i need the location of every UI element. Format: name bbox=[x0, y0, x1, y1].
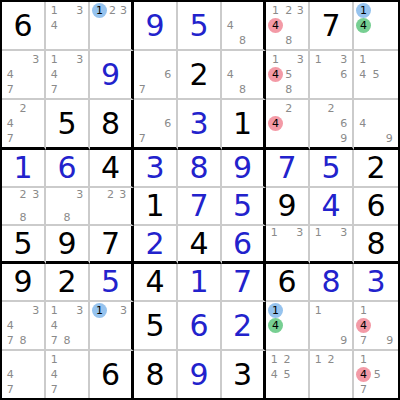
empty-candidate-slot bbox=[136, 67, 149, 82]
empty-candidate-slot bbox=[4, 189, 17, 200]
candidate-1: 1 bbox=[48, 352, 61, 367]
candidate-1: 1 bbox=[312, 52, 325, 67]
candidate-9: 9 bbox=[384, 333, 397, 348]
cell-r5c8[interactable]: 4 bbox=[310, 188, 354, 226]
cell-r3c2[interactable]: 5 bbox=[46, 100, 90, 150]
candidate-grid: 13 bbox=[266, 226, 308, 261]
given-digit: 2 bbox=[366, 153, 385, 183]
empty-candidate-slot bbox=[268, 238, 281, 249]
given-digit: 1 bbox=[145, 191, 164, 221]
candidate-3: 3 bbox=[73, 189, 86, 200]
cell-r3c4[interactable]: 67 bbox=[134, 100, 178, 150]
empty-candidate-slot bbox=[384, 318, 397, 333]
cell-r9c3[interactable]: 6 bbox=[90, 351, 134, 398]
empty-candidate-slot bbox=[384, 367, 397, 382]
cell-r9c8[interactable]: 12 bbox=[310, 351, 354, 398]
cell-r3c1[interactable]: 247 bbox=[2, 100, 46, 150]
cell-r2c6[interactable]: 48 bbox=[222, 51, 266, 100]
empty-candidate-slot bbox=[293, 352, 306, 367]
given-digit: 2 bbox=[57, 267, 76, 297]
cell-r9c9[interactable]: 1457 bbox=[354, 351, 398, 398]
candidate-4: 4 bbox=[4, 116, 17, 131]
cell-r8c4[interactable]: 5 bbox=[134, 302, 178, 351]
cell-r2c5[interactable]: 2 bbox=[178, 51, 222, 100]
cell-r7c1[interactable]: 9 bbox=[2, 264, 46, 302]
candidate-4: 4 bbox=[356, 367, 371, 382]
candidate-grid: 38 bbox=[46, 188, 88, 224]
empty-candidate-slot bbox=[268, 249, 281, 260]
candidate-4: 4 bbox=[268, 116, 283, 131]
empty-candidate-slot bbox=[337, 352, 350, 367]
empty-candidate-slot bbox=[73, 212, 86, 223]
given-digit: 6 bbox=[277, 267, 296, 297]
cell-r4c6[interactable]: 9 bbox=[222, 150, 266, 188]
cell-r9c7[interactable]: 1245 bbox=[266, 351, 310, 398]
empty-candidate-slot bbox=[92, 200, 104, 211]
candidate-2: 2 bbox=[17, 189, 30, 200]
empty-candidate-slot bbox=[268, 333, 283, 348]
empty-candidate-slot bbox=[236, 67, 248, 82]
empty-candidate-slot bbox=[17, 52, 30, 67]
empty-candidate-slot bbox=[29, 212, 42, 223]
cell-r8c3[interactable]: 13 bbox=[90, 302, 134, 351]
empty-candidate-slot bbox=[249, 18, 261, 33]
solved-digit: 6 bbox=[233, 229, 252, 259]
cell-r9c5[interactable]: 9 bbox=[178, 351, 222, 398]
cell-r7c5[interactable]: 1 bbox=[178, 264, 222, 302]
cell-r3c9[interactable]: 49 bbox=[354, 100, 398, 150]
empty-candidate-slot bbox=[61, 189, 74, 200]
empty-candidate-slot bbox=[161, 82, 174, 97]
empty-candidate-slot bbox=[371, 318, 384, 333]
empty-candidate-slot bbox=[281, 249, 294, 260]
empty-candidate-slot bbox=[48, 189, 61, 200]
cell-r2c4[interactable]: 67 bbox=[134, 51, 178, 100]
candidate-8: 8 bbox=[283, 82, 295, 97]
empty-candidate-slot bbox=[107, 303, 118, 318]
candidate-2: 2 bbox=[325, 101, 338, 116]
empty-candidate-slot bbox=[17, 82, 30, 97]
candidate-grid: 145 bbox=[354, 51, 398, 98]
cell-r2c3[interactable]: 9 bbox=[90, 51, 134, 100]
candidate-grid: 23 bbox=[90, 188, 131, 224]
cell-r5c4[interactable]: 1 bbox=[134, 188, 178, 226]
empty-candidate-slot bbox=[73, 352, 86, 367]
cell-r5c7[interactable]: 9 bbox=[266, 188, 310, 226]
candidate-7: 7 bbox=[356, 333, 371, 348]
cell-r2c2[interactable]: 1347 bbox=[46, 51, 90, 100]
empty-candidate-slot bbox=[383, 116, 396, 131]
empty-candidate-slot bbox=[29, 82, 42, 97]
candidate-3: 3 bbox=[73, 3, 86, 18]
empty-candidate-slot bbox=[107, 333, 118, 348]
cell-r4c3[interactable]: 4 bbox=[90, 150, 134, 188]
empty-candidate-slot bbox=[337, 367, 350, 382]
empty-candidate-slot bbox=[4, 101, 17, 116]
candidate-3: 3 bbox=[337, 227, 350, 238]
cell-r4c9[interactable]: 2 bbox=[354, 150, 398, 188]
empty-candidate-slot bbox=[325, 116, 338, 131]
empty-candidate-slot bbox=[161, 131, 174, 146]
empty-candidate-slot bbox=[107, 318, 118, 333]
cell-r8c5[interactable]: 6 bbox=[178, 302, 222, 351]
empty-candidate-slot bbox=[92, 333, 107, 348]
solved-digit: 9 bbox=[189, 360, 208, 390]
cell-r1c2[interactable]: 134 bbox=[46, 2, 90, 51]
cell-r1c9[interactable]: 14 bbox=[354, 2, 398, 51]
solved-digit: 6 bbox=[189, 311, 208, 341]
empty-candidate-slot bbox=[356, 101, 369, 116]
highlighted-candidate-1: 1 bbox=[356, 3, 371, 18]
candidate-3: 3 bbox=[117, 189, 129, 200]
cell-r6c7[interactable]: 13 bbox=[266, 226, 310, 264]
candidate-grid: 14 bbox=[266, 302, 308, 349]
given-digit: 5 bbox=[57, 109, 76, 139]
empty-candidate-slot bbox=[236, 3, 248, 18]
empty-candidate-slot bbox=[369, 101, 382, 116]
candidate-4: 4 bbox=[48, 318, 61, 333]
cell-r1c5[interactable]: 5 bbox=[178, 2, 222, 51]
empty-candidate-slot bbox=[149, 116, 162, 131]
cell-r3c6[interactable]: 1 bbox=[222, 100, 266, 150]
candidate-1: 1 bbox=[268, 3, 283, 18]
candidate-grid: 1347 bbox=[46, 51, 88, 98]
solved-digit: 5 bbox=[233, 191, 252, 221]
empty-candidate-slot bbox=[384, 18, 397, 33]
candidate-6: 6 bbox=[161, 116, 174, 131]
empty-candidate-slot bbox=[29, 67, 42, 82]
empty-candidate-slot bbox=[312, 67, 325, 82]
candidate-grid: 19 bbox=[310, 302, 352, 349]
candidate-8: 8 bbox=[283, 33, 295, 48]
empty-candidate-slot bbox=[356, 33, 371, 48]
empty-candidate-slot bbox=[337, 318, 350, 333]
cell-r7c3[interactable]: 5 bbox=[90, 264, 134, 302]
cell-r4c5[interactable]: 8 bbox=[178, 150, 222, 188]
empty-candidate-slot bbox=[161, 52, 174, 67]
solved-digit: 1 bbox=[189, 267, 208, 297]
candidate-2: 2 bbox=[104, 189, 116, 200]
empty-candidate-slot bbox=[249, 3, 261, 18]
empty-candidate-slot bbox=[383, 101, 396, 116]
candidate-grid: 24 bbox=[266, 100, 308, 147]
candidate-8: 8 bbox=[236, 82, 248, 97]
empty-candidate-slot bbox=[295, 33, 307, 48]
candidate-2: 2 bbox=[107, 3, 118, 18]
cell-r7c2[interactable]: 2 bbox=[46, 264, 90, 302]
empty-candidate-slot bbox=[249, 82, 261, 97]
empty-candidate-slot bbox=[118, 333, 129, 348]
candidate-1: 1 bbox=[92, 3, 107, 18]
cell-r7c8[interactable]: 8 bbox=[310, 264, 354, 302]
empty-candidate-slot bbox=[325, 131, 338, 146]
cell-r8c7[interactable]: 14 bbox=[266, 302, 310, 351]
empty-candidate-slot bbox=[383, 82, 396, 97]
candidate-1: 1 bbox=[268, 303, 283, 318]
empty-candidate-slot bbox=[48, 33, 61, 48]
candidate-8: 8 bbox=[236, 33, 248, 48]
cell-r4c4[interactable]: 3 bbox=[134, 150, 178, 188]
empty-candidate-slot bbox=[325, 238, 338, 249]
cell-r8c9[interactable]: 1479 bbox=[354, 302, 398, 351]
candidate-grid: 238 bbox=[2, 188, 44, 224]
given-digit: 1 bbox=[233, 109, 252, 139]
empty-candidate-slot bbox=[92, 33, 107, 48]
empty-candidate-slot bbox=[295, 116, 307, 131]
candidate-6: 6 bbox=[161, 67, 174, 82]
cell-r7c6[interactable]: 7 bbox=[222, 264, 266, 302]
cell-r9c6[interactable]: 3 bbox=[222, 351, 266, 398]
empty-candidate-slot bbox=[325, 52, 338, 67]
empty-candidate-slot bbox=[295, 101, 307, 116]
candidate-7: 7 bbox=[4, 131, 17, 146]
cell-r2c9[interactable]: 145 bbox=[354, 51, 398, 100]
empty-candidate-slot bbox=[136, 52, 149, 67]
empty-candidate-slot bbox=[4, 212, 17, 223]
cell-r5c2[interactable]: 38 bbox=[46, 188, 90, 226]
candidate-1: 1 bbox=[312, 352, 325, 367]
cell-r8c8[interactable]: 19 bbox=[310, 302, 354, 351]
empty-candidate-slot bbox=[325, 318, 338, 333]
empty-candidate-slot bbox=[295, 333, 307, 348]
cell-r3c8[interactable]: 269 bbox=[310, 100, 354, 150]
candidate-6: 6 bbox=[337, 116, 350, 131]
solved-digit: 8 bbox=[321, 267, 340, 297]
candidate-grid: 136 bbox=[310, 51, 352, 98]
empty-candidate-slot bbox=[337, 382, 350, 397]
given-digit: 8 bbox=[145, 360, 164, 390]
cell-r1c1[interactable]: 6 bbox=[2, 2, 46, 51]
candidate-4: 4 bbox=[356, 116, 369, 131]
given-digit: 6 bbox=[13, 11, 32, 41]
candidate-7: 7 bbox=[4, 333, 17, 348]
empty-candidate-slot bbox=[17, 131, 30, 146]
cell-r6c8[interactable]: 13 bbox=[310, 226, 354, 264]
cell-r7c4[interactable]: 4 bbox=[134, 264, 178, 302]
cell-r7c9[interactable]: 3 bbox=[354, 264, 398, 302]
empty-candidate-slot bbox=[295, 303, 307, 318]
empty-candidate-slot bbox=[149, 82, 162, 97]
empty-candidate-slot bbox=[73, 333, 86, 348]
candidate-4: 4 bbox=[224, 67, 236, 82]
empty-candidate-slot bbox=[61, 18, 74, 33]
cell-r1c3[interactable]: 123 bbox=[90, 2, 134, 51]
candidate-1: 1 bbox=[356, 52, 369, 67]
cell-r9c4[interactable]: 8 bbox=[134, 351, 178, 398]
empty-candidate-slot bbox=[73, 367, 86, 382]
cell-r5c1[interactable]: 238 bbox=[2, 188, 46, 226]
cell-r4c8[interactable]: 5 bbox=[310, 150, 354, 188]
empty-candidate-slot bbox=[249, 33, 261, 48]
empty-candidate-slot bbox=[149, 67, 162, 82]
empty-candidate-slot bbox=[73, 33, 86, 48]
candidate-8: 8 bbox=[17, 212, 30, 223]
candidate-4: 4 bbox=[356, 18, 371, 33]
candidate-8: 8 bbox=[61, 212, 74, 223]
candidate-grid: 247 bbox=[2, 100, 44, 147]
empty-candidate-slot bbox=[293, 249, 306, 260]
empty-candidate-slot bbox=[384, 382, 397, 397]
cell-r8c6[interactable]: 2 bbox=[222, 302, 266, 351]
candidate-1: 1 bbox=[312, 227, 325, 238]
candidate-3: 3 bbox=[73, 303, 86, 318]
empty-candidate-slot bbox=[281, 238, 294, 249]
empty-candidate-slot bbox=[293, 367, 306, 382]
cell-r6c5[interactable]: 4 bbox=[178, 226, 222, 264]
empty-candidate-slot bbox=[369, 82, 382, 97]
cell-r5c5[interactable]: 7 bbox=[178, 188, 222, 226]
highlighted-candidate-4: 4 bbox=[268, 18, 283, 33]
cell-r4c7[interactable]: 7 bbox=[266, 150, 310, 188]
cell-r6c9[interactable]: 8 bbox=[354, 226, 398, 264]
cell-r5c6[interactable]: 5 bbox=[222, 188, 266, 226]
empty-candidate-slot bbox=[312, 249, 325, 260]
cell-r5c9[interactable]: 6 bbox=[354, 188, 398, 226]
candidate-3: 3 bbox=[337, 52, 350, 67]
cell-r2c7[interactable]: 13458 bbox=[266, 51, 310, 100]
cell-r4c2[interactable]: 6 bbox=[46, 150, 90, 188]
candidate-grid: 67 bbox=[134, 100, 176, 147]
empty-candidate-slot bbox=[268, 131, 283, 146]
solved-digit: 9 bbox=[145, 11, 164, 41]
empty-candidate-slot bbox=[293, 382, 306, 397]
candidate-grid: 47 bbox=[2, 351, 44, 398]
candidate-4: 4 bbox=[356, 318, 371, 333]
candidate-4: 4 bbox=[48, 67, 61, 82]
cell-r6c1[interactable]: 5 bbox=[2, 226, 46, 264]
candidate-grid: 67 bbox=[134, 51, 176, 98]
cell-r4c1[interactable]: 1 bbox=[2, 150, 46, 188]
solved-digit: 2 bbox=[233, 311, 252, 341]
candidate-9: 9 bbox=[383, 131, 396, 146]
empty-candidate-slot bbox=[312, 382, 325, 397]
empty-candidate-slot bbox=[17, 67, 30, 82]
cell-r3c7[interactable]: 24 bbox=[266, 100, 310, 150]
empty-candidate-slot bbox=[48, 212, 61, 223]
cell-r9c1[interactable]: 47 bbox=[2, 351, 46, 398]
empty-candidate-slot bbox=[4, 303, 17, 318]
candidate-3: 3 bbox=[118, 303, 129, 318]
empty-candidate-slot bbox=[369, 131, 382, 146]
candidate-7: 7 bbox=[48, 382, 61, 397]
empty-candidate-slot bbox=[73, 200, 86, 211]
highlighted-candidate-4: 4 bbox=[268, 318, 283, 333]
empty-candidate-slot bbox=[283, 18, 295, 33]
empty-candidate-slot bbox=[149, 52, 162, 67]
empty-candidate-slot bbox=[312, 333, 325, 348]
empty-candidate-slot bbox=[92, 318, 107, 333]
empty-candidate-slot bbox=[61, 52, 74, 67]
highlighted-candidate-4: 4 bbox=[356, 18, 371, 33]
candidate-1: 1 bbox=[356, 303, 371, 318]
empty-candidate-slot bbox=[61, 3, 74, 18]
empty-candidate-slot bbox=[371, 33, 384, 48]
empty-candidate-slot bbox=[281, 382, 294, 397]
empty-candidate-slot bbox=[268, 101, 283, 116]
cell-r1c7[interactable]: 12348 bbox=[266, 2, 310, 51]
empty-candidate-slot bbox=[325, 367, 338, 382]
empty-candidate-slot bbox=[325, 82, 338, 97]
highlighted-candidate-4: 4 bbox=[356, 318, 371, 333]
candidate-4: 4 bbox=[268, 367, 281, 382]
solved-digit: 7 bbox=[277, 153, 296, 183]
cell-r6c6[interactable]: 6 bbox=[222, 226, 266, 264]
empty-candidate-slot bbox=[29, 367, 42, 382]
highlighted-candidate-1: 1 bbox=[92, 3, 107, 18]
given-digit: 8 bbox=[101, 109, 120, 139]
given-digit: 7 bbox=[321, 11, 340, 41]
candidate-6: 6 bbox=[337, 67, 350, 82]
given-digit: 9 bbox=[13, 267, 32, 297]
empty-candidate-slot bbox=[283, 116, 295, 131]
empty-candidate-slot bbox=[384, 3, 397, 18]
candidate-grid: 12348 bbox=[266, 2, 308, 49]
given-digit: 9 bbox=[277, 191, 296, 221]
candidate-9: 9 bbox=[337, 333, 350, 348]
empty-candidate-slot bbox=[29, 382, 42, 397]
solved-digit: 1 bbox=[13, 153, 32, 183]
candidate-5: 5 bbox=[371, 367, 384, 382]
empty-candidate-slot bbox=[92, 18, 107, 33]
empty-candidate-slot bbox=[29, 352, 42, 367]
candidate-grid: 134 bbox=[46, 2, 88, 49]
empty-candidate-slot bbox=[337, 238, 350, 249]
cell-r3c5[interactable]: 3 bbox=[178, 100, 222, 150]
cell-r3c3[interactable]: 8 bbox=[90, 100, 134, 150]
cell-r1c4[interactable]: 9 bbox=[134, 2, 178, 51]
given-digit: 4 bbox=[101, 153, 120, 183]
cell-r6c3[interactable]: 7 bbox=[90, 226, 134, 264]
candidate-8: 8 bbox=[17, 333, 30, 348]
empty-candidate-slot bbox=[356, 131, 369, 146]
empty-candidate-slot bbox=[236, 18, 248, 33]
cell-r2c8[interactable]: 136 bbox=[310, 51, 354, 100]
given-digit: 6 bbox=[101, 360, 120, 390]
cell-r7c7[interactable]: 6 bbox=[266, 264, 310, 302]
empty-candidate-slot bbox=[312, 131, 325, 146]
cell-r6c2[interactable]: 9 bbox=[46, 226, 90, 264]
empty-candidate-slot bbox=[107, 33, 118, 48]
candidate-1: 1 bbox=[268, 52, 283, 67]
cell-r9c2[interactable]: 147 bbox=[46, 351, 90, 398]
candidate-4: 4 bbox=[268, 318, 283, 333]
empty-candidate-slot bbox=[61, 318, 74, 333]
highlighted-candidate-1: 1 bbox=[268, 303, 283, 318]
cell-r1c6[interactable]: 48 bbox=[222, 2, 266, 51]
empty-candidate-slot bbox=[337, 101, 350, 116]
empty-candidate-slot bbox=[61, 352, 74, 367]
cell-r6c4[interactable]: 2 bbox=[134, 226, 178, 264]
empty-candidate-slot bbox=[312, 116, 325, 131]
empty-candidate-slot bbox=[371, 3, 384, 18]
candidate-1: 1 bbox=[48, 303, 61, 318]
cell-r5c3[interactable]: 23 bbox=[90, 188, 134, 226]
candidate-3: 3 bbox=[118, 3, 129, 18]
empty-candidate-slot bbox=[371, 352, 384, 367]
empty-candidate-slot bbox=[369, 116, 382, 131]
cell-r8c2[interactable]: 13478 bbox=[46, 302, 90, 351]
empty-candidate-slot bbox=[283, 318, 295, 333]
empty-candidate-slot bbox=[17, 200, 30, 211]
candidate-grid: 123 bbox=[90, 2, 131, 49]
empty-candidate-slot bbox=[295, 318, 307, 333]
cell-r2c1[interactable]: 347 bbox=[2, 51, 46, 100]
cell-r1c8[interactable]: 7 bbox=[310, 2, 354, 51]
candidate-5: 5 bbox=[369, 67, 382, 82]
cell-r8c1[interactable]: 3478 bbox=[2, 302, 46, 351]
candidate-grid: 1245 bbox=[266, 351, 308, 398]
empty-candidate-slot bbox=[118, 318, 129, 333]
